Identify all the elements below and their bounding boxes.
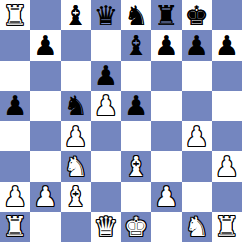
square-c8[interactable]: ♝ (61, 0, 91, 30)
square-a2[interactable]: ♟ (0, 182, 30, 212)
square-f1[interactable] (151, 212, 181, 242)
square-e8[interactable]: ♞ (121, 0, 151, 30)
square-a6[interactable] (0, 61, 30, 91)
square-h6[interactable] (212, 61, 242, 91)
square-g5[interactable] (182, 91, 212, 121)
black-knight[interactable]: ♞ (124, 2, 148, 29)
black-pawn[interactable]: ♟ (215, 32, 239, 59)
square-e2[interactable] (121, 182, 151, 212)
square-c5[interactable]: ♞ (61, 91, 91, 121)
white-pawn[interactable]: ♟ (33, 183, 57, 210)
white-queen[interactable]: ♛ (94, 213, 118, 240)
square-h5[interactable] (212, 91, 242, 121)
white-pawn[interactable]: ♟ (3, 183, 27, 210)
white-pawn[interactable]: ♟ (94, 92, 118, 119)
square-b3[interactable] (30, 151, 60, 181)
black-king[interactable]: ♚ (185, 2, 209, 29)
white-pawn[interactable]: ♟ (64, 123, 88, 150)
square-e1[interactable]: ♚ (121, 212, 151, 242)
black-pawn[interactable]: ♟ (3, 92, 27, 119)
square-h3[interactable]: ♟ (212, 151, 242, 181)
square-b2[interactable]: ♟ (30, 182, 60, 212)
white-bishop[interactable]: ♝ (64, 183, 88, 210)
square-f5[interactable] (151, 91, 181, 121)
square-h4[interactable] (212, 121, 242, 151)
square-c2[interactable]: ♝ (61, 182, 91, 212)
square-e4[interactable] (121, 121, 151, 151)
square-c3[interactable]: ♞ (61, 151, 91, 181)
square-d8[interactable]: ♛ (91, 0, 121, 30)
square-b5[interactable] (30, 91, 60, 121)
square-a3[interactable] (0, 151, 30, 181)
square-c6[interactable] (61, 61, 91, 91)
black-bishop[interactable]: ♝ (64, 2, 88, 29)
square-g3[interactable] (182, 151, 212, 181)
white-pawn[interactable]: ♟ (185, 123, 209, 150)
square-b6[interactable] (30, 61, 60, 91)
white-king[interactable]: ♚ (124, 213, 148, 240)
square-g1[interactable]: ♞ (182, 212, 212, 242)
square-f6[interactable] (151, 61, 181, 91)
black-pawn[interactable]: ♟ (154, 32, 178, 59)
black-pawn[interactable]: ♟ (33, 32, 57, 59)
square-b7[interactable]: ♟ (30, 30, 60, 60)
square-d2[interactable] (91, 182, 121, 212)
square-d5[interactable]: ♟ (91, 91, 121, 121)
square-g8[interactable]: ♚ (182, 0, 212, 30)
black-knight[interactable]: ♞ (64, 92, 88, 119)
white-rook[interactable]: ♜ (3, 213, 27, 240)
square-f3[interactable] (151, 151, 181, 181)
square-d1[interactable]: ♛ (91, 212, 121, 242)
square-d4[interactable] (91, 121, 121, 151)
square-h8[interactable] (212, 0, 242, 30)
black-pawn[interactable]: ♟ (185, 32, 209, 59)
square-a1[interactable]: ♜ (0, 212, 30, 242)
square-g6[interactable] (182, 61, 212, 91)
square-a8[interactable]: ♜ (0, 0, 30, 30)
white-rook[interactable]: ♜ (3, 2, 27, 29)
square-e3[interactable]: ♝ (121, 151, 151, 181)
square-f7[interactable]: ♟ (151, 30, 181, 60)
chess-board: ♜♝♛♞♜♚♟♝♟♟♟♟♟♞♟♟♟♟♞♝♟♟♟♝♟♜♛♚♞♜ (0, 0, 242, 242)
white-pawn[interactable]: ♟ (215, 153, 239, 180)
square-c1[interactable] (61, 212, 91, 242)
square-e5[interactable]: ♟ (121, 91, 151, 121)
square-a4[interactable] (0, 121, 30, 151)
square-g2[interactable] (182, 182, 212, 212)
black-rook[interactable]: ♜ (154, 2, 178, 29)
square-e6[interactable] (121, 61, 151, 91)
black-pawn[interactable]: ♟ (94, 62, 118, 89)
square-f2[interactable]: ♟ (151, 182, 181, 212)
square-h2[interactable] (212, 182, 242, 212)
black-pawn[interactable]: ♟ (124, 92, 148, 119)
square-a7[interactable] (0, 30, 30, 60)
white-bishop[interactable]: ♝ (124, 153, 148, 180)
square-e7[interactable]: ♝ (121, 30, 151, 60)
square-h7[interactable]: ♟ (212, 30, 242, 60)
black-bishop[interactable]: ♝ (124, 32, 148, 59)
square-b4[interactable] (30, 121, 60, 151)
white-rook[interactable]: ♜ (215, 213, 239, 240)
black-queen[interactable]: ♛ (94, 2, 118, 29)
white-pawn[interactable]: ♟ (154, 183, 178, 210)
square-b8[interactable] (30, 0, 60, 30)
white-knight[interactable]: ♞ (64, 153, 88, 180)
square-d7[interactable] (91, 30, 121, 60)
square-g4[interactable]: ♟ (182, 121, 212, 151)
square-d6[interactable]: ♟ (91, 61, 121, 91)
white-knight[interactable]: ♞ (185, 213, 209, 240)
square-f8[interactable]: ♜ (151, 0, 181, 30)
square-b1[interactable] (30, 212, 60, 242)
square-f4[interactable] (151, 121, 181, 151)
square-c7[interactable] (61, 30, 91, 60)
square-c4[interactable]: ♟ (61, 121, 91, 151)
square-a5[interactable]: ♟ (0, 91, 30, 121)
square-d3[interactable] (91, 151, 121, 181)
square-h1[interactable]: ♜ (212, 212, 242, 242)
square-g7[interactable]: ♟ (182, 30, 212, 60)
